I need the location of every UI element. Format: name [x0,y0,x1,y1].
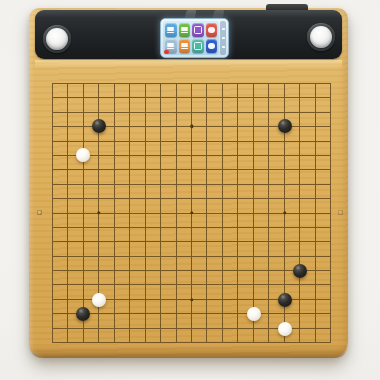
grid-cell [191,227,206,241]
app-icon-8[interactable] [206,39,218,53]
grid-cell [237,328,252,342]
screen-status-strip [220,21,226,55]
grid-cell [284,126,299,140]
grid-cell [67,83,82,97]
grid-cell [83,270,98,284]
grid-cell [98,284,113,298]
bars-glyph-icon [167,27,174,33]
grid-cell [145,198,160,212]
grid-cell [191,184,206,198]
grid-cell [114,328,129,342]
grid-cell [83,313,98,327]
grid-cell [253,141,268,155]
grid-cell [268,284,283,298]
grid-cell [98,227,113,241]
grid-cell [176,241,191,255]
grid-cell [114,313,129,327]
grid-cell [315,313,330,327]
grid-cell [176,299,191,313]
grid-cell [160,169,175,183]
grid-cell [253,155,268,169]
grid-cell [129,227,144,241]
grid-cell [191,155,206,169]
grid-cell [67,112,82,126]
grid-cell [83,126,98,140]
grid-cell [145,126,160,140]
grid-cell [268,169,283,183]
grid-cell [268,198,283,212]
grid-cell [315,184,330,198]
grid-cell [176,328,191,342]
grid-cell [67,270,82,284]
grid-cell [206,256,221,270]
grid-cell [129,141,144,155]
grid-cell [191,284,206,298]
grid-cell [176,313,191,327]
grid-cell [160,155,175,169]
grid-cell [160,328,175,342]
grid-cell [237,270,252,284]
grid-cell [145,141,160,155]
grid-cell [268,299,283,313]
grid-cell [253,126,268,140]
grid-cell [129,313,144,327]
grid-cell [284,256,299,270]
grid-cell [253,227,268,241]
grid-cell [67,155,82,169]
grid-cell [237,241,252,255]
grid-cell [315,328,330,342]
grid-cell [129,126,144,140]
grid-cell [114,184,129,198]
grid-cell [222,97,237,111]
grid-cell [83,299,98,313]
grid-cell [191,213,206,227]
grid-cell [176,141,191,155]
grid-cell [253,97,268,111]
grid-cell [206,169,221,183]
grid-cell [83,83,98,97]
grid-cell [160,126,175,140]
grid-cell [52,227,67,241]
grid-cell [191,241,206,255]
grid-cell [299,169,314,183]
grid-cell [299,227,314,241]
grid-cell [268,227,283,241]
grid-cell [268,141,283,155]
grid-cell [253,270,268,284]
grid-cell [160,299,175,313]
grid-cell [129,284,144,298]
grid-cell [114,169,129,183]
grid-cell [145,112,160,126]
grid-cell [67,256,82,270]
grid-cell [67,227,82,241]
grid-cell [52,126,67,140]
frame-glyph-icon [194,26,202,34]
grid-cell [98,97,113,111]
grid-cell [299,198,314,212]
grid-cell [253,328,268,342]
speaker-dome-icon [46,28,68,50]
grid-cell [129,241,144,255]
grid-cell [145,328,160,342]
grid-cell [52,299,67,313]
grid-cell [98,184,113,198]
grid-cell [299,213,314,227]
grid-cell [237,313,252,327]
bars-glyph-icon [181,43,188,49]
grid-cell [284,313,299,327]
grid-cell [222,313,237,327]
grid-cell [129,155,144,169]
grid-cell [284,155,299,169]
grid-cell [315,126,330,140]
grid-cell [52,83,67,97]
grid-cell [237,83,252,97]
grid-cell [206,299,221,313]
grid-cell [284,299,299,313]
grid-cell [129,112,144,126]
grid-cell [284,97,299,111]
grid-cell [315,198,330,212]
grid-cell [268,213,283,227]
grid-cell [114,213,129,227]
grid-cell [206,155,221,169]
grid-cell [237,184,252,198]
grid-cell [83,213,98,227]
grid-cell [268,97,283,111]
grid-cell [98,155,113,169]
grid-cell [160,241,175,255]
grid-cell [83,184,98,198]
grid-cell [268,313,283,327]
grid-cell [114,155,129,169]
grid-cell [160,227,175,241]
right-speaker [307,23,335,51]
grid-cell [83,198,98,212]
grid-cell [206,198,221,212]
grid-cell [206,97,221,111]
grid-cell [206,227,221,241]
grid-cell [176,112,191,126]
grid-cell [52,184,67,198]
grid-cell [315,241,330,255]
grid-cell [315,141,330,155]
grid-cell [191,328,206,342]
grid-cell [52,270,67,284]
grid-cell [237,112,252,126]
grid-cell [268,112,283,126]
grid-cell [222,184,237,198]
top-panel [35,10,342,59]
grid-cell [98,328,113,342]
grid-cell [191,83,206,97]
frame-glyph-icon [194,42,202,50]
grid-cell [145,184,160,198]
grid-cell [145,83,160,97]
grid-cell [299,184,314,198]
grid-cell [98,241,113,255]
grid-cell [299,97,314,111]
grid-cell [145,241,160,255]
grid-cell [253,313,268,327]
grid-cell [268,184,283,198]
grid-cell [145,256,160,270]
grid-cell [67,241,82,255]
grid-cell [268,270,283,284]
grid-cell [253,284,268,298]
grid-cell [222,270,237,284]
grid-cell [222,112,237,126]
grid-cell [222,126,237,140]
grid-cell [176,169,191,183]
grid-cell [67,328,82,342]
grid-cell [222,141,237,155]
grid-cell [67,184,82,198]
touchscreen[interactable] [160,18,229,58]
grid-cell [67,169,82,183]
grid-cell [98,313,113,327]
grid-cell [253,83,268,97]
grid-cell [129,198,144,212]
grid-cell [114,83,129,97]
grid-cell [52,97,67,111]
grid-cell [206,270,221,284]
bars-glyph-icon [167,43,174,49]
grid-cell [299,141,314,155]
grid-cell [206,112,221,126]
grid-cell [284,284,299,298]
grid-cell [315,83,330,97]
grid-cell [222,169,237,183]
grid-cell [52,328,67,342]
grid-cell [299,299,314,313]
disc-glyph-icon [208,43,215,50]
app-icon-grid [163,21,219,55]
go-board [29,8,348,358]
grid-cell [315,256,330,270]
grid-cell [145,227,160,241]
app-icon-6[interactable] [179,39,191,53]
right-screw-icon [338,210,343,215]
grid-cell [222,241,237,255]
grid-cell [253,184,268,198]
grid-cell [52,284,67,298]
grid-cell [129,97,144,111]
grid-cell [315,284,330,298]
grid-cell [315,112,330,126]
grid-cell [114,227,129,241]
grid-cell [315,299,330,313]
left-speaker [43,25,71,53]
grid-cell [222,256,237,270]
grid-cell [114,198,129,212]
grid-cell [160,83,175,97]
grid-cell [83,241,98,255]
grid-cell [52,198,67,212]
grid-cell [284,270,299,284]
grid-cell [129,256,144,270]
grid-cell [67,313,82,327]
left-screw-icon [37,210,42,215]
grid-cell [83,155,98,169]
grid-cell [52,141,67,155]
grid-cell [145,313,160,327]
grid-cell [299,313,314,327]
grid-cell [191,270,206,284]
grid-cell [145,270,160,284]
wood-highlight-strip [35,60,342,68]
grid-cell [52,112,67,126]
grid-cell [98,169,113,183]
disc-glyph-icon [208,27,215,34]
grid-cell [52,169,67,183]
grid-cell [98,270,113,284]
grid-cell [114,141,129,155]
grid-cell [206,313,221,327]
grid-cell [67,213,82,227]
grid-cell [67,284,82,298]
grid-cell [206,213,221,227]
grid-cell [160,112,175,126]
grid-cell [160,313,175,327]
grid-cell [83,256,98,270]
goban-grid [52,83,331,343]
grid-cell [222,155,237,169]
grid-cell [114,112,129,126]
grid-cell [237,213,252,227]
grid-cell [176,270,191,284]
grid-cell [176,155,191,169]
grid-cell [129,83,144,97]
grid-cell [160,213,175,227]
grid-cell [160,97,175,111]
grid-cell [160,256,175,270]
grid-cell [206,83,221,97]
grid-cell [145,299,160,313]
grid-cell [67,299,82,313]
grid-cell [83,97,98,111]
grid-cell [160,270,175,284]
grid-cell [315,227,330,241]
app-icon-2[interactable] [179,23,191,37]
grid-cell [114,97,129,111]
grid-cell [222,198,237,212]
grid-cell [98,213,113,227]
grid-cell [98,198,113,212]
grid-cell [237,97,252,111]
grid-cell [145,155,160,169]
app-icon-1[interactable] [165,23,177,37]
grid-cell [237,169,252,183]
grid-cell [145,169,160,183]
grid-cell [222,83,237,97]
grid-cell [206,241,221,255]
grid-cell [67,141,82,155]
grid-cell [176,213,191,227]
grid-cell [191,126,206,140]
grid-cell [145,213,160,227]
grid-cell [206,184,221,198]
grid-cell [284,169,299,183]
grid-cell [114,299,129,313]
app-icon-7[interactable] [192,39,204,53]
grid-cell [176,83,191,97]
grid-cell [284,213,299,227]
grid-cell [268,83,283,97]
grid-cell [253,213,268,227]
grid-cell [284,184,299,198]
grid-cell [315,213,330,227]
grid-cell [237,299,252,313]
grid-cell [83,227,98,241]
grid-cell [191,198,206,212]
grid-cell [253,299,268,313]
grid-cell [145,284,160,298]
speaker-dome-icon [310,26,332,48]
grid-cell [129,169,144,183]
grid-cell [160,284,175,298]
grid-cell [315,97,330,111]
grid-cell [268,328,283,342]
grid-cell [299,155,314,169]
grid-cell [222,227,237,241]
grid-cell [129,270,144,284]
grid-cell [299,328,314,342]
grid-cell [160,198,175,212]
grid-cell [129,184,144,198]
app-icon-3[interactable] [192,23,204,37]
grid-cell [206,141,221,155]
grid-cell [52,256,67,270]
grid-cell [315,169,330,183]
notification-badge [164,50,169,55]
grid-cell [176,227,191,241]
grid-cell [83,284,98,298]
bars-glyph-icon [181,27,188,33]
grid-cell [315,270,330,284]
grid-cell [129,213,144,227]
grid-cell [191,299,206,313]
grid-cell [67,97,82,111]
grid-cell [222,284,237,298]
grid-cell [299,284,314,298]
grid-cell [299,83,314,97]
grid-cell [237,256,252,270]
grid-cell [114,256,129,270]
grid-cell [315,155,330,169]
grid-cell [83,328,98,342]
grid-cell [268,155,283,169]
grid-cell [83,169,98,183]
grid-cell [237,227,252,241]
grid-cell [98,256,113,270]
grid-cell [114,126,129,140]
grid-cell [206,126,221,140]
grid-cell [284,112,299,126]
app-icon-5[interactable] [165,39,177,53]
grid-cell [98,112,113,126]
app-icon-4[interactable] [206,23,218,37]
grid-cell [222,328,237,342]
grid-cell [67,126,82,140]
grid-cell [176,256,191,270]
grid-cell [253,241,268,255]
grid-cell [284,328,299,342]
grid-cell [52,313,67,327]
grid-cell [284,241,299,255]
